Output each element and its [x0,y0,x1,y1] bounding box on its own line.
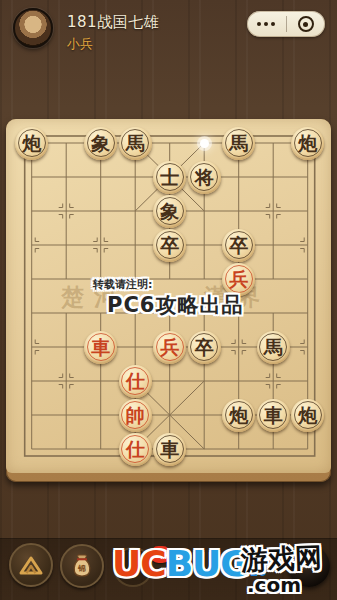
piece-black-象-c2r0[interactable]: 象 [84,127,117,160]
miniprogram-capsule [247,11,325,37]
more-icon [257,22,261,26]
piece-black-炮-c8r0[interactable]: 炮 [291,127,324,160]
piece-red-仕-c3r7[interactable]: 仕 [119,365,152,398]
site-watermark-logo: UCBUG [112,543,249,584]
circle-dot-icon [298,16,314,32]
piece-black-馬-c3r0[interactable]: 馬 [119,127,152,160]
level-title: 181战国七雄 [67,13,159,32]
piece-black-炮-c8r8[interactable]: 炮 [291,399,324,432]
piece-red-帥-c3r8[interactable]: 帥 [119,399,152,432]
piece-red-兵-c4r6[interactable]: 兵 [153,331,186,364]
piece-black-馬-c7r6[interactable]: 馬 [257,331,290,364]
svg-text:锦: 锦 [77,564,86,573]
rank-label: 小兵 [67,35,93,53]
player-avatar[interactable] [13,8,53,48]
chevron-up-icon [11,545,51,585]
watermark-note: 转载请注明: [93,277,152,292]
more-icon [271,22,275,26]
reward-bag-button[interactable]: 锦 14 [60,544,104,588]
piece-black-卒-c4r3[interactable]: 卒 [153,229,186,262]
piece-black-車-c7r8[interactable]: 車 [257,399,290,432]
piece-black-将-c5r1[interactable]: 将 [188,161,221,194]
piece-black-象-c4r2[interactable]: 象 [153,195,186,228]
piece-black-車-c4r9[interactable]: 車 [153,433,186,466]
piece-red-車-c2r6[interactable]: 車 [84,331,117,364]
money-bag-icon: 锦 [62,546,102,586]
watermark-source: PC6攻略出品 [107,291,243,319]
piece-black-卒-c6r3[interactable]: 卒 [222,229,255,262]
piece-red-仕-c3r9[interactable]: 仕 [119,433,152,466]
expand-up-button[interactable] [9,543,53,587]
piece-black-馬-c6r0[interactable]: 馬 [222,127,255,160]
piece-black-卒-c5r6[interactable]: 卒 [188,331,221,364]
piece-black-炮-c6r8[interactable]: 炮 [222,399,255,432]
close-minimize-button[interactable] [287,11,326,37]
last-move-marker [200,139,209,148]
app-window: 181战国七雄 小兵 楚河 漢界 炮象馬馬炮士将象卒卒兵車兵卒馬仕帥炮車炮仕車 … [0,0,337,600]
more-options-button[interactable] [247,11,286,37]
site-watermark-com: .com [247,573,301,597]
more-icon [264,22,268,26]
piece-black-炮-c0r0[interactable]: 炮 [15,127,48,160]
piece-black-士-c4r1[interactable]: 士 [153,161,186,194]
